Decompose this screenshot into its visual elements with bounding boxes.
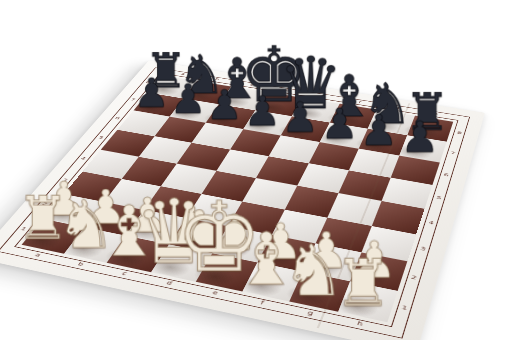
chess-board-grid: ♜♞♝♚♛♝♞♜♟♟♟♟♟♟♟♟♟♟♟♟♟♟♟♟♜♞♝♛♚♝♞♜ — [22, 76, 454, 323]
square-h1: ♜ — [338, 281, 398, 322]
white-rook: ♜ — [297, 252, 429, 317]
chess-board-mat: abcdefgh abcdefgh 87654321 87654321 ♜♞♝♚… — [0, 60, 485, 340]
product-photo-stage: abcdefgh abcdefgh 87654321 87654321 ♜♞♝♚… — [0, 0, 510, 340]
black-pawn: ♟ — [366, 116, 473, 159]
square-h7: ♟ — [399, 135, 447, 163]
